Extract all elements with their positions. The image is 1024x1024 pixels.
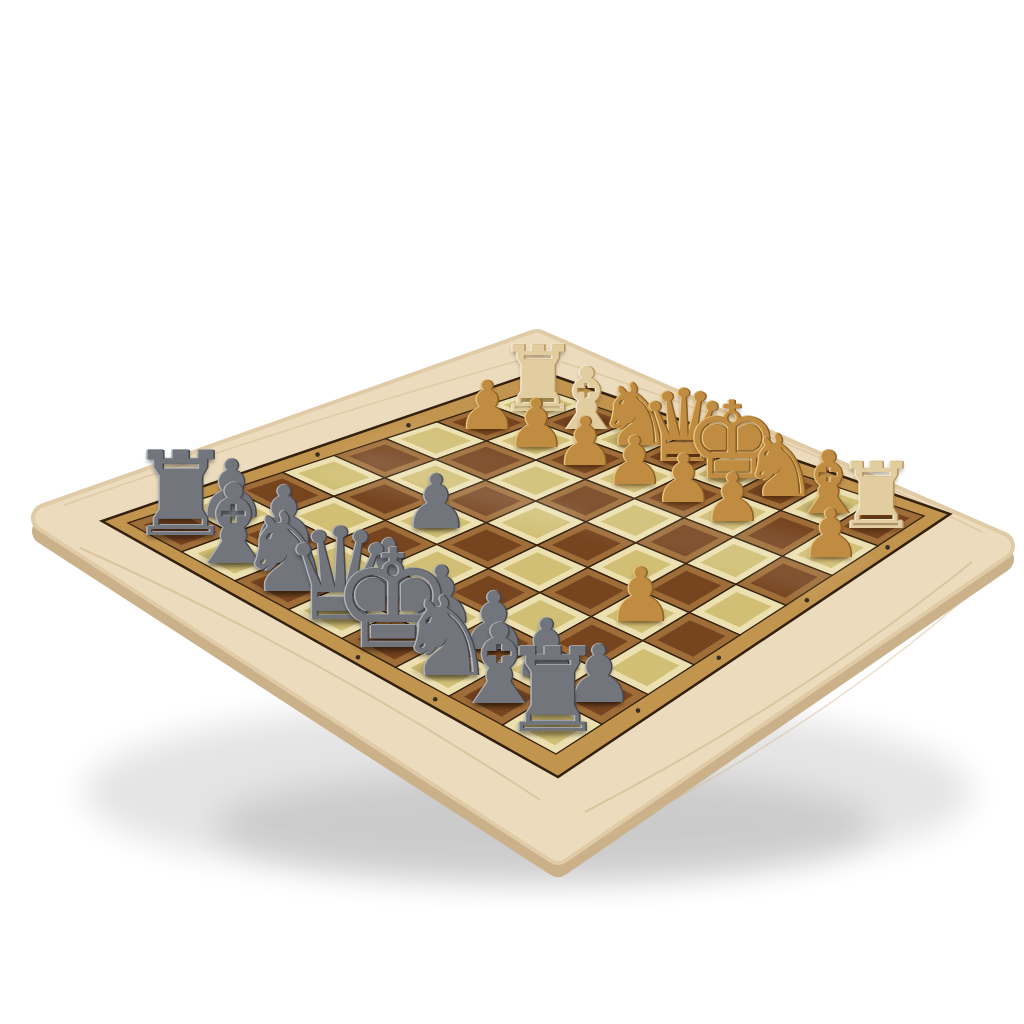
rim-dot xyxy=(805,598,810,603)
rim-dot xyxy=(717,656,722,661)
piece-gold-pawn-f7[interactable]: ♟ xyxy=(702,465,762,532)
rim-dot xyxy=(406,423,411,428)
piece-gold-pawn-g4[interactable]: ♟ xyxy=(607,559,674,634)
piece-gold-pawn-h7[interactable]: ♟ xyxy=(801,502,861,569)
piece-silver-rook-h1[interactable]: ♜ xyxy=(500,632,605,749)
chess-set-product-photo: ♜♝♞♛♚♞♝♜♟♟♟♟♟♟♟♟♜♝♞♛♚♞♝♜♟♟♟♟♟♟♟♟ xyxy=(0,0,1024,1024)
rim-dot xyxy=(315,452,320,457)
rim-dot xyxy=(636,708,641,713)
